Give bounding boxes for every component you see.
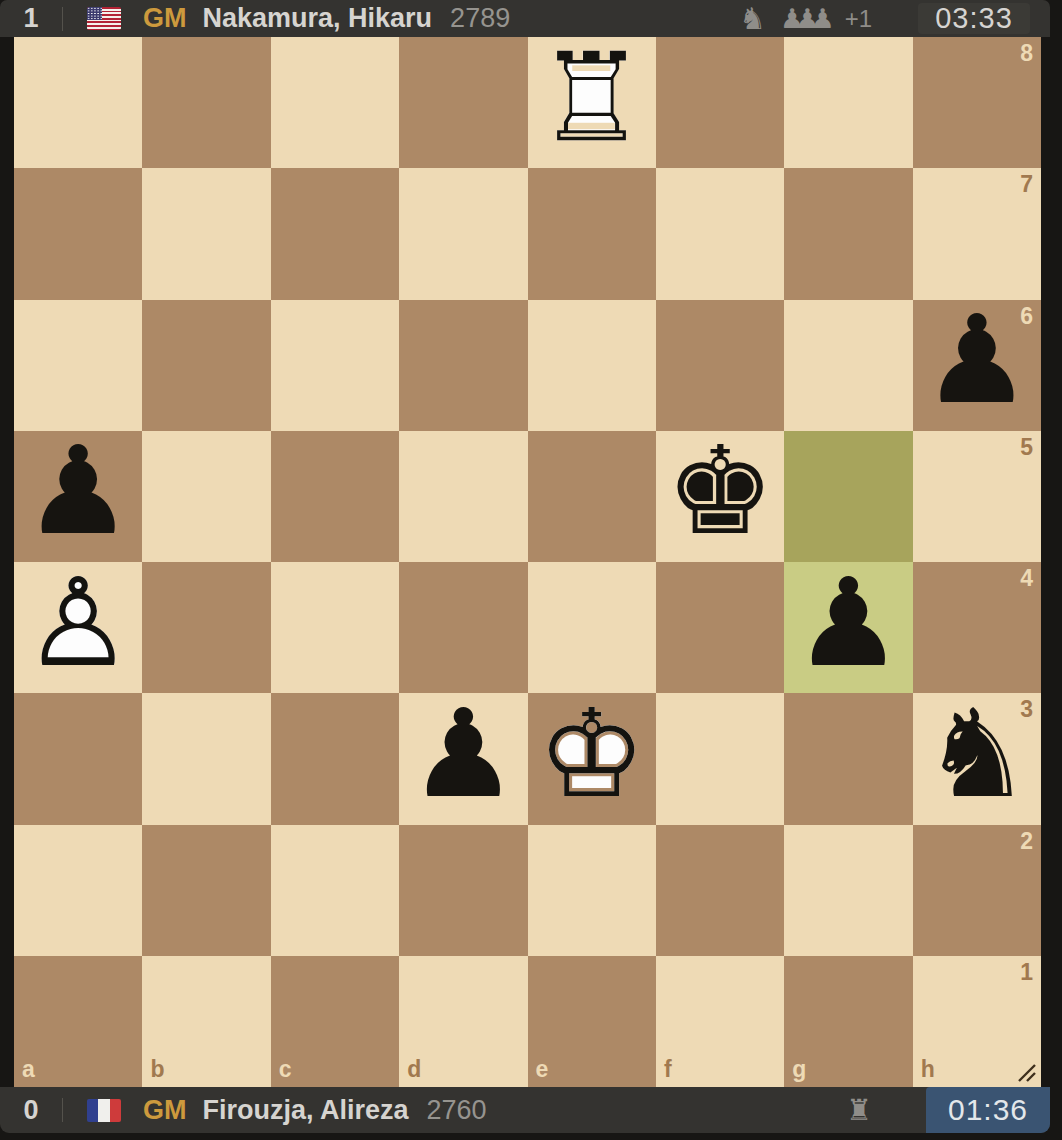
square-d1[interactable]: d [399, 956, 527, 1087]
square-f1[interactable]: f [656, 956, 784, 1087]
square-e3[interactable]: ♚♔ [528, 693, 656, 824]
square-f8[interactable] [656, 37, 784, 168]
piece-glyph: ♟ [399, 693, 527, 815]
file-label-b: b [150, 1058, 164, 1081]
square-g1[interactable]: g [784, 956, 912, 1087]
piece-glyph: ♚ [656, 430, 784, 552]
square-e1[interactable]: e [528, 956, 656, 1087]
square-h5[interactable]: 5 [913, 431, 1041, 562]
square-g4[interactable]: ♟ [784, 562, 912, 693]
usa-flag-canton [87, 7, 102, 20]
bottom-player-rating: 2760 [427, 1095, 487, 1126]
top-player-bar: 1 GM Nakamura, Hikaru 2789 ♞ ♟♟♟ +1 03:3… [0, 0, 1050, 37]
square-b5[interactable] [142, 431, 270, 562]
square-c6[interactable] [271, 300, 399, 431]
square-c4[interactable] [271, 562, 399, 693]
divider [62, 1098, 63, 1122]
file-label-e: e [536, 1058, 549, 1081]
bottom-player-name: Firouzja, Alireza [203, 1095, 409, 1126]
top-player-clock: 03:33 [918, 3, 1030, 34]
rank-label-8: 8 [1020, 42, 1033, 65]
chess-app: 1 GM Nakamura, Hikaru 2789 ♞ ♟♟♟ +1 03:3… [0, 0, 1062, 1140]
square-c8[interactable] [271, 37, 399, 168]
square-a1[interactable]: a [14, 956, 142, 1087]
file-label-g: g [792, 1058, 806, 1081]
rank-label-6: 6 [1020, 305, 1033, 328]
board-resize-handle[interactable] [1014, 1060, 1038, 1084]
divider [62, 7, 63, 31]
france-flag-icon [87, 1099, 121, 1122]
top-player-name: Nakamura, Hikaru [203, 3, 433, 34]
square-a4[interactable]: ♟♙ [14, 562, 142, 693]
piece-glyph: ♟ [14, 430, 142, 552]
square-b8[interactable] [142, 37, 270, 168]
file-label-c: c [279, 1058, 292, 1081]
square-b1[interactable]: b [142, 956, 270, 1087]
rank-label-3: 3 [1020, 698, 1033, 721]
top-player-rating: 2789 [450, 3, 510, 34]
captured-rook-icon: ♜ [846, 1096, 872, 1125]
captured-pawns-icon: ♟♟♟ [780, 5, 835, 32]
square-g5[interactable] [784, 431, 912, 562]
piece-outline: ♙ [14, 562, 142, 684]
square-c2[interactable] [271, 825, 399, 956]
square-d2[interactable] [399, 825, 527, 956]
square-b6[interactable] [142, 300, 270, 431]
usa-flag-icon [87, 7, 121, 30]
square-b2[interactable] [142, 825, 270, 956]
square-f7[interactable] [656, 168, 784, 299]
piece-outline: ♖ [528, 37, 656, 159]
square-a8[interactable] [14, 37, 142, 168]
square-e6[interactable] [528, 300, 656, 431]
black-king[interactable]: ♚ [656, 431, 784, 562]
rank-label-5: 5 [1020, 436, 1033, 459]
square-d5[interactable] [399, 431, 527, 562]
top-player-score: 1 [0, 3, 62, 34]
bottom-player-title: GM [143, 1095, 187, 1126]
square-f5[interactable]: ♚ [656, 431, 784, 562]
white-pawn[interactable]: ♟♙ [14, 562, 142, 693]
rank-label-7: 7 [1020, 173, 1033, 196]
white-rook[interactable]: ♜♖ [528, 37, 656, 168]
square-d4[interactable] [399, 562, 527, 693]
square-g8[interactable] [784, 37, 912, 168]
square-h4[interactable]: 4 [913, 562, 1041, 693]
bottom-captured-pieces: ♜ [846, 1096, 872, 1125]
board: ♜♖87♟6♟♚5♟♙♟4♟♚♔♞32abcdefg1h [14, 37, 1041, 1087]
black-pawn[interactable]: ♟ [784, 562, 912, 693]
rank-label-1: 1 [1020, 961, 1033, 984]
file-label-h: h [921, 1058, 935, 1081]
material-advantage: +1 [845, 5, 872, 33]
file-label-d: d [407, 1058, 421, 1081]
square-g6[interactable] [784, 300, 912, 431]
square-a7[interactable] [14, 168, 142, 299]
square-h2[interactable]: 2 [913, 825, 1041, 956]
square-c5[interactable] [271, 431, 399, 562]
black-pawn[interactable]: ♟ [399, 693, 527, 824]
square-c3[interactable] [271, 693, 399, 824]
square-a5[interactable]: ♟ [14, 431, 142, 562]
square-e8[interactable]: ♜♖ [528, 37, 656, 168]
square-a6[interactable] [14, 300, 142, 431]
square-e4[interactable] [528, 562, 656, 693]
square-c1[interactable]: c [271, 956, 399, 1087]
square-g3[interactable] [784, 693, 912, 824]
white-king[interactable]: ♚♔ [528, 693, 656, 824]
square-g7[interactable] [784, 168, 912, 299]
piece-glyph: ♟ [784, 562, 912, 684]
square-h7[interactable]: 7 [913, 168, 1041, 299]
square-c7[interactable] [271, 168, 399, 299]
square-f6[interactable] [656, 300, 784, 431]
top-captured-pieces: ♞ ♟♟♟ +1 [739, 4, 872, 34]
rank-label-4: 4 [1020, 567, 1033, 590]
file-label-f: f [664, 1058, 672, 1081]
square-h6[interactable]: ♟6 [913, 300, 1041, 431]
square-e5[interactable] [528, 431, 656, 562]
square-d7[interactable] [399, 168, 527, 299]
rank-label-2: 2 [1020, 830, 1033, 853]
file-label-a: a [22, 1058, 35, 1081]
square-a2[interactable] [14, 825, 142, 956]
square-f4[interactable] [656, 562, 784, 693]
bottom-player-bar: 0 GM Firouzja, Alireza 2760 ♜ 01:36 [0, 1087, 1050, 1133]
black-pawn[interactable]: ♟ [14, 431, 142, 562]
square-h3[interactable]: ♞3 [913, 693, 1041, 824]
bottom-player-score: 0 [0, 1095, 62, 1126]
square-f2[interactable] [656, 825, 784, 956]
square-e7[interactable] [528, 168, 656, 299]
square-a3[interactable] [14, 693, 142, 824]
square-e2[interactable] [528, 825, 656, 956]
piece-outline: ♔ [528, 693, 656, 815]
captured-knight-icon: ♞ [739, 4, 766, 34]
square-b3[interactable] [142, 693, 270, 824]
top-player-title: GM [143, 3, 187, 34]
square-d3[interactable]: ♟ [399, 693, 527, 824]
bottom-player-clock-active: 01:36 [926, 1087, 1050, 1133]
square-g2[interactable] [784, 825, 912, 956]
square-b4[interactable] [142, 562, 270, 693]
square-d8[interactable] [399, 37, 527, 168]
square-h8[interactable]: 8 [913, 37, 1041, 168]
square-b7[interactable] [142, 168, 270, 299]
square-d6[interactable] [399, 300, 527, 431]
square-f3[interactable] [656, 693, 784, 824]
